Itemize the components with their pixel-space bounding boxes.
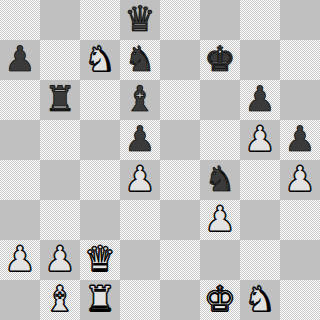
square-a6[interactable] — [0, 80, 40, 120]
piece-white-knight[interactable]: ♞ — [244, 280, 275, 319]
square-e7[interactable] — [160, 40, 200, 80]
square-g3[interactable] — [240, 200, 280, 240]
square-d3[interactable] — [120, 200, 160, 240]
piece-black-knight[interactable]: ♞ — [124, 40, 155, 79]
square-h7[interactable] — [280, 40, 320, 80]
square-d2[interactable] — [120, 240, 160, 280]
square-f7[interactable]: ♚ — [200, 40, 240, 80]
piece-white-knight[interactable]: ♞ — [84, 40, 115, 79]
piece-white-pawn[interactable]: ♟ — [244, 120, 275, 159]
piece-white-pawn[interactable]: ♟ — [284, 160, 315, 199]
square-c1[interactable]: ♜ — [80, 280, 120, 320]
square-d6[interactable]: ♝ — [120, 80, 160, 120]
square-f3[interactable]: ♟ — [200, 200, 240, 240]
square-g7[interactable] — [240, 40, 280, 80]
square-b5[interactable] — [40, 120, 80, 160]
square-a3[interactable] — [0, 200, 40, 240]
square-h1[interactable] — [280, 280, 320, 320]
chess-board: ♛♟♞♞♚♜♝♟♟♟♟♟♞♟♟♟♟♛♝♜♚♞ — [0, 0, 320, 320]
square-c5[interactable] — [80, 120, 120, 160]
square-d8[interactable]: ♛ — [120, 0, 160, 40]
piece-black-pawn[interactable]: ♟ — [4, 40, 35, 79]
piece-black-rook[interactable]: ♜ — [44, 80, 75, 119]
square-e8[interactable] — [160, 0, 200, 40]
square-f2[interactable] — [200, 240, 240, 280]
square-a4[interactable] — [0, 160, 40, 200]
piece-white-pawn[interactable]: ♟ — [124, 160, 155, 199]
square-a1[interactable] — [0, 280, 40, 320]
square-a2[interactable]: ♟ — [0, 240, 40, 280]
square-e2[interactable] — [160, 240, 200, 280]
square-a8[interactable] — [0, 0, 40, 40]
square-e1[interactable] — [160, 280, 200, 320]
square-b7[interactable] — [40, 40, 80, 80]
piece-black-pawn[interactable]: ♟ — [244, 80, 275, 119]
square-b4[interactable] — [40, 160, 80, 200]
square-f8[interactable] — [200, 0, 240, 40]
square-c3[interactable] — [80, 200, 120, 240]
square-h6[interactable] — [280, 80, 320, 120]
square-c6[interactable] — [80, 80, 120, 120]
square-a5[interactable] — [0, 120, 40, 160]
piece-black-king[interactable]: ♚ — [204, 40, 235, 79]
piece-black-bishop[interactable]: ♝ — [124, 80, 155, 119]
square-e3[interactable] — [160, 200, 200, 240]
square-e5[interactable] — [160, 120, 200, 160]
square-f5[interactable] — [200, 120, 240, 160]
square-f4[interactable]: ♞ — [200, 160, 240, 200]
square-e6[interactable] — [160, 80, 200, 120]
piece-black-pawn[interactable]: ♟ — [124, 120, 155, 159]
square-g4[interactable] — [240, 160, 280, 200]
piece-black-pawn[interactable]: ♟ — [284, 120, 315, 159]
square-f1[interactable]: ♚ — [200, 280, 240, 320]
piece-white-pawn[interactable]: ♟ — [204, 200, 235, 239]
piece-white-queen[interactable]: ♛ — [84, 240, 115, 279]
square-h8[interactable] — [280, 0, 320, 40]
piece-white-king[interactable]: ♚ — [204, 280, 235, 319]
piece-black-knight[interactable]: ♞ — [204, 160, 235, 199]
square-g8[interactable] — [240, 0, 280, 40]
square-b8[interactable] — [40, 0, 80, 40]
square-b3[interactable] — [40, 200, 80, 240]
piece-white-pawn[interactable]: ♟ — [4, 240, 35, 279]
square-f6[interactable] — [200, 80, 240, 120]
piece-white-bishop[interactable]: ♝ — [44, 280, 75, 319]
square-d1[interactable] — [120, 280, 160, 320]
square-d4[interactable]: ♟ — [120, 160, 160, 200]
square-c7[interactable]: ♞ — [80, 40, 120, 80]
piece-white-pawn[interactable]: ♟ — [44, 240, 75, 279]
square-g1[interactable]: ♞ — [240, 280, 280, 320]
square-g5[interactable]: ♟ — [240, 120, 280, 160]
square-h4[interactable]: ♟ — [280, 160, 320, 200]
square-a7[interactable]: ♟ — [0, 40, 40, 80]
square-h5[interactable]: ♟ — [280, 120, 320, 160]
square-b6[interactable]: ♜ — [40, 80, 80, 120]
square-c8[interactable] — [80, 0, 120, 40]
square-c4[interactable] — [80, 160, 120, 200]
square-g6[interactable]: ♟ — [240, 80, 280, 120]
square-h2[interactable] — [280, 240, 320, 280]
square-b2[interactable]: ♟ — [40, 240, 80, 280]
piece-black-queen[interactable]: ♛ — [124, 0, 155, 39]
square-d7[interactable]: ♞ — [120, 40, 160, 80]
square-d5[interactable]: ♟ — [120, 120, 160, 160]
square-b1[interactable]: ♝ — [40, 280, 80, 320]
square-g2[interactable] — [240, 240, 280, 280]
square-e4[interactable] — [160, 160, 200, 200]
piece-white-rook[interactable]: ♜ — [84, 280, 115, 319]
square-h3[interactable] — [280, 200, 320, 240]
square-c2[interactable]: ♛ — [80, 240, 120, 280]
